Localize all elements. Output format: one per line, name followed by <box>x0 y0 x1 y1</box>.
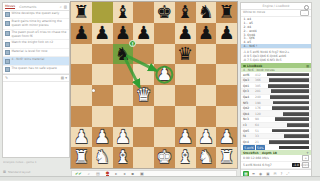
square-d8[interactable] <box>133 2 154 23</box>
square-a5[interactable] <box>71 64 92 85</box>
square-f7[interactable]: ♟ <box>175 23 196 44</box>
square-g1[interactable]: ♞ <box>196 147 217 168</box>
piece-black-pawn: ♟ <box>198 23 214 44</box>
note-item[interactable]: White develops the queen early <box>3 11 69 19</box>
note-icon <box>5 31 10 36</box>
square-e5[interactable]: ♟ <box>154 64 175 85</box>
notes-tab-bar: Moves Comments ⌕ ▥ <box>3 3 69 11</box>
square-f1[interactable]: ♝ <box>175 147 196 168</box>
square-h3[interactable] <box>216 106 237 127</box>
engine-info-row: 0:00:12 868 kN/s+ <box>241 155 311 162</box>
engine-lines: -1.8 5.exf6 Nxd4 6.fxg7 Nxc2+-0.9 5.Qe3 … <box>241 48 311 63</box>
book-move-table: exf6412Qe3366Qd1305Qc3281Qa4240Nf3198Qd2… <box>241 72 311 145</box>
piece-white-king: ♚ <box>156 147 172 168</box>
list-icon[interactable]: ▥ <box>64 5 67 9</box>
tab-moves[interactable]: Moves <box>5 4 15 9</box>
square-h1[interactable]: ♜ <box>216 147 237 168</box>
square-e2[interactable] <box>154 127 175 148</box>
square-a7[interactable]: ♟ <box>71 23 92 44</box>
eval-badge: -1.8 <box>292 163 301 168</box>
note-text: White develops the queen early <box>12 12 60 16</box>
square-g2[interactable]: ♟ <box>196 127 217 148</box>
note-text: Material is level for now <box>12 50 48 54</box>
piece-black-bishop: ♝ <box>177 2 193 23</box>
square-g5[interactable] <box>196 64 217 85</box>
side-to-move-label: White to move <box>243 11 265 15</box>
book-stat-bar <box>271 89 309 93</box>
analysis-panel: Engine / LiveBook White to move ⋯ 1. e41… <box>240 2 312 177</box>
square-b3[interactable] <box>92 106 113 127</box>
more-options-button[interactable]: ⋯ <box>300 10 309 16</box>
square-d5[interactable] <box>133 64 154 85</box>
square-d7[interactable]: ♟ <box>133 23 154 44</box>
piece-black-pawn: ♟ <box>219 23 235 44</box>
note-text: The pawn push e5 tries to chase the quee… <box>12 31 68 39</box>
book-stat-bar <box>272 106 309 110</box>
piece-white-pawn: ♟ <box>156 64 172 85</box>
piece-black-king: ♚ <box>156 2 172 23</box>
square-e3[interactable] <box>154 106 175 127</box>
piece-black-rook: ♜ <box>219 2 235 23</box>
square-f4[interactable] <box>175 85 196 106</box>
square-f3[interactable] <box>175 106 196 127</box>
square-f5[interactable] <box>175 64 196 85</box>
note-icon <box>5 12 10 17</box>
square-f8[interactable]: ♝ <box>175 2 196 23</box>
pencil-icon[interactable]: ✎ <box>5 76 8 80</box>
square-b2[interactable]: ♟ <box>92 127 113 148</box>
square-d4[interactable]: ♛ <box>133 85 154 106</box>
book-stat-bar <box>268 84 309 88</box>
square-g4[interactable] <box>196 85 217 106</box>
square-h8[interactable]: ♜ <box>216 2 237 23</box>
square-d2[interactable] <box>133 127 154 148</box>
book-stat-bar <box>273 101 309 105</box>
square-e4[interactable] <box>154 85 175 106</box>
piece-black-pawn: ♟ <box>73 23 89 44</box>
book-stat-bar <box>269 140 309 144</box>
piece-black-knight: ♞ <box>198 2 214 23</box>
note-icon <box>5 42 10 47</box>
square-g3[interactable] <box>196 106 217 127</box>
square-b5[interactable] <box>92 64 113 85</box>
layout-switcher[interactable]: ⊞ Standard layout <box>3 170 30 174</box>
square-g7[interactable]: ♟ <box>196 23 217 44</box>
move-list: 1. e41... e52. d42... exd43. Qxd43... Qf… <box>241 17 311 48</box>
square-f2[interactable]: ♟ <box>175 127 196 148</box>
piece-white-pawn: ♟ <box>177 127 193 148</box>
square-c4[interactable] <box>113 85 134 106</box>
note-item[interactable]: Material is level for now <box>3 49 69 57</box>
piece-black-pawn: ♟ <box>115 23 131 44</box>
note-text: Watch the knight fork on c2 <box>12 41 54 45</box>
book-stat-bar <box>267 73 309 77</box>
square-h6[interactable] <box>216 44 237 65</box>
note-item[interactable]: The pawn push e5 tries to chase the quee… <box>3 30 69 41</box>
square-h7[interactable]: ♟ <box>216 23 237 44</box>
book-stat-bar <box>287 123 309 127</box>
piece-black-queen: ♛ <box>177 44 193 65</box>
square-d3[interactable] <box>133 106 154 127</box>
zoom-level: 100% <box>300 163 309 167</box>
engine-line[interactable]: -0.7 5.Qd1 Qb6 6.Nf3 Bc5 <box>243 58 309 62</box>
note-item[interactable]: Watch the knight fork on c2 <box>3 40 69 48</box>
note-icon <box>5 50 10 55</box>
square-c1[interactable]: ♝ <box>113 147 134 168</box>
square-e7[interactable] <box>154 23 175 44</box>
tab-comments[interactable]: Comments <box>19 5 36 9</box>
book-icon <box>243 65 246 68</box>
piece-white-queen: ♛ <box>136 85 152 106</box>
analysis-panel-title: Engine / LiveBook <box>241 3 311 10</box>
square-b6[interactable] <box>92 44 113 65</box>
note-item[interactable]: The queen has no safe square <box>3 66 69 74</box>
book-stat-bar <box>283 112 309 116</box>
book-stat-bar <box>270 95 309 99</box>
notes-empty-area[interactable] <box>3 82 69 158</box>
note-item[interactable]: Black gains time by attacking the queen … <box>3 19 69 30</box>
note-item[interactable]: 4...Nc6! wins material <box>3 57 69 65</box>
square-g8[interactable]: ♞ <box>196 2 217 23</box>
square-e6[interactable] <box>154 44 175 65</box>
note-icon <box>5 21 10 26</box>
book-stat-bar <box>269 78 309 82</box>
notes-subpanel-header: ✎ ▤ ▾ <box>3 74 69 82</box>
layout-grid-icon: ⊞ <box>3 170 6 174</box>
piece-white-pawn: ♟ <box>219 127 235 148</box>
piece-black-pawn: ♟ <box>177 23 193 44</box>
chess-board[interactable]: ♜♝♚♝♞♜♟♟♟♟♟♟♟♞♛♟♛♟♟♟♟♟♟♜♞♝♚♝♞♜ <box>71 2 237 168</box>
note-text: Black gains time by attacking the queen … <box>12 20 68 28</box>
book-stat-bar <box>272 129 309 133</box>
piece-white-pawn: ♟ <box>115 127 131 148</box>
square-b4[interactable] <box>92 85 113 106</box>
piece-black-pawn: ♟ <box>136 23 152 44</box>
status-bar <box>0 176 320 181</box>
notes-panel: Moves Comments ⌕ ▥ White develops the qu… <box>2 2 70 158</box>
square-e1[interactable]: ♚ <box>154 147 175 168</box>
square-c3[interactable] <box>113 106 134 127</box>
piece-white-bishop: ♝ <box>177 147 193 168</box>
square-a1[interactable]: ♜ <box>71 147 92 168</box>
note-text: The queen has no safe square <box>12 67 57 71</box>
square-b1[interactable]: ♞ <box>92 147 113 168</box>
piece-white-rook: ♜ <box>73 147 89 168</box>
stepper-button[interactable]: + <box>302 155 309 161</box>
piece-white-knight: ♞ <box>94 147 110 168</box>
note-text: 4...Nc6! wins material <box>12 58 45 62</box>
square-h5[interactable] <box>216 64 237 85</box>
piece-black-knight: ♞ <box>115 44 131 65</box>
selected-book-move[interactable]: 5.exf6 54% <box>241 145 311 151</box>
piece-white-pawn: ♟ <box>198 127 214 148</box>
piece-white-bishop: ♝ <box>115 147 131 168</box>
square-b7[interactable]: ♟ <box>92 23 113 44</box>
square-g6[interactable] <box>196 44 217 65</box>
square-a8[interactable]: ♜ <box>71 2 92 23</box>
note-icon <box>5 59 10 64</box>
square-c8[interactable]: ♝ <box>113 2 134 23</box>
square-a4[interactable] <box>71 85 92 106</box>
piece-white-pawn: ♟ <box>94 127 110 148</box>
notes-footer-text: Analysis notes - game 1 <box>3 160 67 164</box>
piece-white-knight: ♞ <box>198 147 214 168</box>
piece-black-rook: ♜ <box>73 2 89 23</box>
mouse-cursor <box>92 89 95 92</box>
piece-white-rook: ♜ <box>219 147 235 168</box>
book-stat-bar <box>284 134 309 138</box>
square-a6[interactable] <box>71 44 92 65</box>
piece-black-bishop: ♝ <box>115 2 131 23</box>
grid-chevron-icons[interactable]: ▤ ▾ <box>61 76 67 80</box>
note-icon <box>5 67 10 72</box>
square-e8[interactable]: ♚ <box>154 2 175 23</box>
analysis-toolbar: White to move ⋯ <box>241 10 311 17</box>
square-c5[interactable] <box>113 64 134 85</box>
pin-icon[interactable] <box>304 5 310 11</box>
square-d6[interactable] <box>133 44 154 65</box>
square-f6[interactable]: ♛ <box>175 44 196 65</box>
piece-black-pawn: ♟ <box>94 23 110 44</box>
piece-white-pawn: ♟ <box>73 127 89 148</box>
book-panel-icon[interactable]: ▤ <box>306 64 309 68</box>
square-b8[interactable] <box>92 2 113 23</box>
square-h2[interactable]: ♟ <box>216 127 237 148</box>
square-c2[interactable]: ♟ <box>113 127 134 148</box>
search-icon[interactable]: ⌕ <box>60 5 62 9</box>
notes-list: White develops the queen earlyBlack gain… <box>3 11 69 74</box>
square-a2[interactable]: ♟ <box>71 127 92 148</box>
square-h4[interactable] <box>216 85 237 106</box>
square-d1[interactable] <box>133 147 154 168</box>
square-a3[interactable] <box>71 106 92 127</box>
book-stat-bar <box>275 117 309 121</box>
